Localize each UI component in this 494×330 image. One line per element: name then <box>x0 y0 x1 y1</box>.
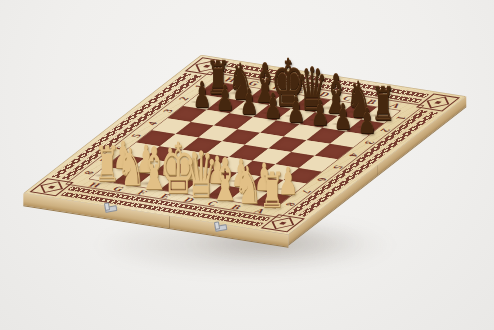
product-photo: HGFEDCBA HGFEDCBA 12345678 12345678 ♜♞♝♚… <box>0 0 494 330</box>
corner-ornament <box>185 57 229 75</box>
